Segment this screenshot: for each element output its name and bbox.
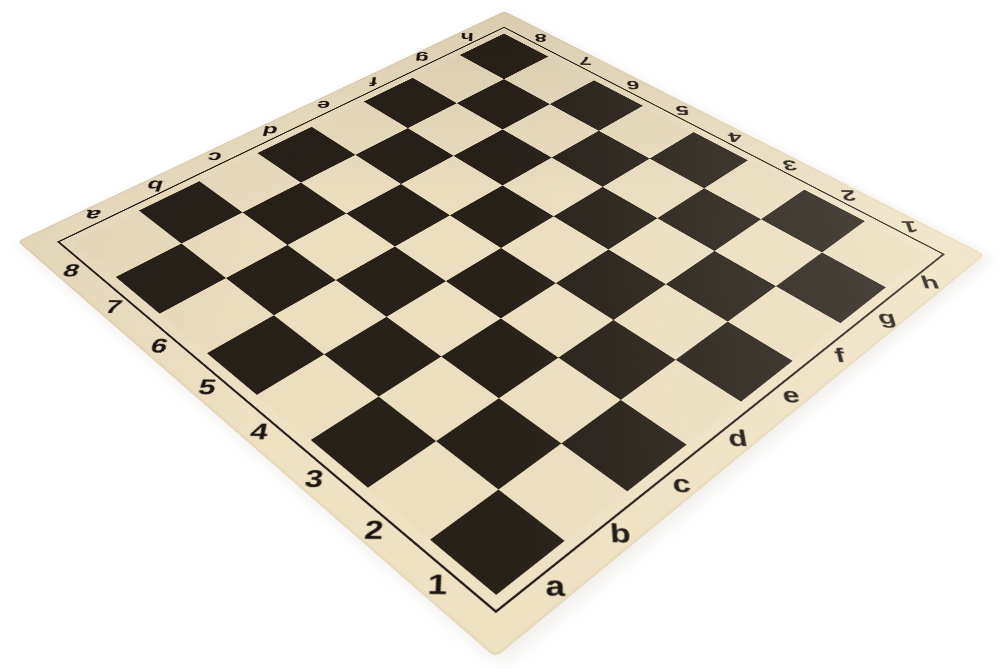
coord-rank-lowerleft-1: 7 xyxy=(102,298,124,317)
coord-rank-upperright-2: 6 xyxy=(626,79,640,91)
coord-rank-upperright-5: 3 xyxy=(781,158,799,173)
coord-rank-lowerleft-6: 2 xyxy=(363,517,385,544)
coord-file-upperleft-5: f xyxy=(369,75,378,87)
coord-file-lowerright-4: e xyxy=(780,385,802,407)
coord-file-lowerright-7: h xyxy=(919,274,942,292)
coord-rank-lowerleft-7: 1 xyxy=(427,571,448,600)
coord-file-lowerright-1: b xyxy=(609,521,632,548)
coord-file-lowerright-3: d xyxy=(726,427,749,450)
coord-file-upperleft-7: h xyxy=(460,31,474,42)
coord-rank-lowerleft-4: 4 xyxy=(248,421,270,444)
photo-canvas: 88aa77bb66cc55dd44ee33ff22gg11hh xyxy=(0,0,1000,669)
coord-rank-lowerleft-5: 3 xyxy=(303,467,325,492)
coord-file-lowerright-0: a xyxy=(545,573,565,602)
coord-file-upperleft-4: e xyxy=(316,99,332,112)
coord-rank-upperright-0: 8 xyxy=(534,32,546,43)
coord-rank-upperright-3: 5 xyxy=(675,104,690,117)
coord-rank-lowerleft-2: 6 xyxy=(148,336,170,356)
coord-file-lowerright-6: g xyxy=(875,309,898,328)
coord-file-upperleft-6: g xyxy=(414,52,429,64)
coord-file-lowerright-5: f xyxy=(833,346,848,366)
chessboard-mat: 88aa77bb66cc55dd44ee33ff22gg11hh xyxy=(154,0,847,595)
coord-rank-upperright-4: 4 xyxy=(727,130,743,144)
coord-rank-upperright-1: 7 xyxy=(579,55,592,67)
vinyl-mat: 88aa77bb66cc55dd44ee33ff22gg11hh xyxy=(17,11,984,657)
coord-rank-lowerleft-3: 5 xyxy=(196,377,218,398)
board-squares xyxy=(74,34,928,595)
coord-rank-lowerleft-0: 8 xyxy=(60,262,82,280)
coord-file-lowerright-2: c xyxy=(671,472,692,497)
